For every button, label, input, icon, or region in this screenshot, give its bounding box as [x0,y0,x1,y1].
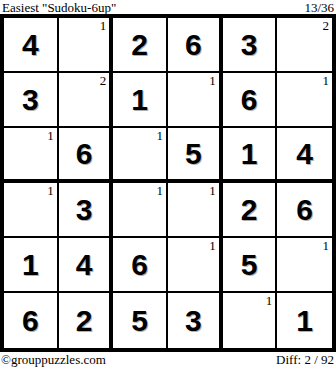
cell-r1c6[interactable]: 2 [277,18,332,73]
given-digit: 2 [131,30,148,60]
cell-r5c4[interactable]: 1 [168,238,223,293]
given-digit: 6 [296,195,313,225]
cell-r6c3[interactable]: 5 [113,293,168,348]
cell-r6c5[interactable]: 1 [223,293,278,348]
difficulty-text: Diff: 2 / 92 [276,352,334,368]
given-digit: 2 [241,195,258,225]
given-digit: 2 [76,306,93,336]
cell-r3c2[interactable]: 6 [59,128,114,183]
given-digit: 6 [22,306,39,336]
given-digit: 1 [22,250,39,280]
pencil-mark: 1 [209,73,216,88]
given-digit: 3 [22,85,39,115]
cell-r3c6[interactable]: 4 [277,128,332,183]
header: Easiest "Sudoku-6up" 13/36 [0,0,336,14]
cell-r2c2[interactable]: 2 [59,73,114,128]
pencil-mark: 1 [47,128,54,143]
cell-r3c4[interactable]: 5 [168,128,223,183]
given-digit: 5 [185,139,202,169]
cell-r5c1[interactable]: 1 [4,238,59,293]
cell-r2c6[interactable]: 1 [277,73,332,128]
sudoku-board: 412632321161161514131126146151625311 [0,14,336,352]
given-digit: 1 [296,306,313,336]
given-digit: 4 [22,30,39,60]
pencil-mark: 1 [100,18,107,33]
page-title: Easiest "Sudoku-6up" [2,1,116,14]
pencil-mark: 1 [209,183,216,198]
cell-r2c5[interactable]: 6 [223,73,278,128]
cell-r1c3[interactable]: 2 [113,18,168,73]
cell-r2c3[interactable]: 1 [113,73,168,128]
pencil-mark: 2 [323,18,330,33]
cell-r5c2[interactable]: 4 [59,238,114,293]
cell-r3c1[interactable]: 1 [4,128,59,183]
cell-r4c6[interactable]: 6 [277,183,332,238]
cell-r1c1[interactable]: 4 [4,18,59,73]
given-digit: 5 [241,250,258,280]
cell-r4c5[interactable]: 2 [223,183,278,238]
pencil-mark: 1 [266,293,273,308]
pencil-mark: 2 [100,73,107,88]
cell-r2c1[interactable]: 3 [4,73,59,128]
cell-r1c2[interactable]: 1 [59,18,114,73]
given-digit: 1 [131,85,148,115]
cell-r4c2[interactable]: 3 [59,183,114,238]
given-digit: 3 [241,30,258,60]
cell-r4c1[interactable]: 1 [4,183,59,238]
given-digit: 4 [76,250,93,280]
given-digit: 5 [131,306,148,336]
page: Easiest "Sudoku-6up" 13/36 4126323211611… [0,0,336,370]
footer: ©grouppuzzles.com Diff: 2 / 92 [0,352,336,370]
given-counter: 13/36 [304,1,334,14]
cell-r1c4[interactable]: 6 [168,18,223,73]
pencil-mark: 1 [323,73,330,88]
given-digit: 3 [185,306,202,336]
given-digit: 4 [296,139,313,169]
given-digit: 6 [76,139,93,169]
given-digit: 6 [241,85,258,115]
pencil-mark: 1 [323,238,330,253]
pencil-mark: 1 [47,183,54,198]
pencil-mark: 1 [157,183,164,198]
cell-r6c1[interactable]: 6 [4,293,59,348]
cell-r5c3[interactable]: 6 [113,238,168,293]
cell-r3c5[interactable]: 1 [223,128,278,183]
pencil-mark: 1 [209,238,216,253]
cell-r3c3[interactable]: 1 [113,128,168,183]
cell-r5c5[interactable]: 5 [223,238,278,293]
cell-r2c4[interactable]: 1 [168,73,223,128]
given-digit: 1 [241,139,258,169]
copyright-text: ©grouppuzzles.com [1,352,106,368]
given-digit: 6 [131,250,148,280]
cell-r5c6[interactable]: 1 [277,238,332,293]
cell-r6c4[interactable]: 3 [168,293,223,348]
cell-r4c3[interactable]: 1 [113,183,168,238]
given-digit: 3 [76,195,93,225]
cell-r6c2[interactable]: 2 [59,293,114,348]
cell-r4c4[interactable]: 1 [168,183,223,238]
pencil-mark: 1 [157,128,164,143]
given-digit: 6 [185,30,202,60]
cell-r6c6[interactable]: 1 [277,293,332,348]
cell-r1c5[interactable]: 3 [223,18,278,73]
